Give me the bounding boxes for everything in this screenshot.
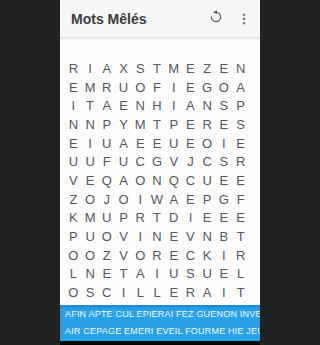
grid-cell[interactable]: E	[182, 59, 199, 78]
grid-cell[interactable]: E	[216, 115, 233, 134]
grid-cell[interactable]: K	[199, 246, 216, 265]
grid-cell[interactable]: F	[232, 190, 249, 209]
grid-cell[interactable]: V	[182, 227, 199, 246]
grid-cell[interactable]: B	[216, 227, 233, 246]
grid-cell[interactable]: A	[182, 96, 199, 115]
grid-cell[interactable]: E	[216, 209, 233, 228]
word-list-line-1: AFIN APTE CUL EPIERAI FEZ GUENON INVERSA…	[60, 306, 260, 323]
grid-cell[interactable]: C	[98, 283, 115, 302]
grid-cell[interactable]: U	[65, 152, 82, 171]
grid-cell[interactable]: A	[115, 171, 132, 190]
grid-cell[interactable]: E	[65, 134, 82, 153]
grid-cell[interactable]: P	[115, 209, 132, 228]
grid-cell[interactable]: M	[82, 78, 99, 97]
grid-cell[interactable]: P	[199, 190, 216, 209]
grid-cell[interactable]: E	[82, 171, 99, 190]
grid-cell[interactable]: L	[65, 265, 82, 284]
grid-cell[interactable]: I	[165, 96, 182, 115]
vertical-ellipsis-icon: ⋮	[238, 12, 251, 25]
grid-cell[interactable]: P	[232, 96, 249, 115]
grid-cell[interactable]: G	[149, 152, 166, 171]
grid-cell[interactable]: U	[82, 152, 99, 171]
grid-cell[interactable]: V	[65, 171, 82, 190]
grid-cell[interactable]: E	[216, 59, 233, 78]
grid-cell[interactable]: O	[199, 134, 216, 153]
grid-cell[interactable]: D	[165, 209, 182, 228]
grid-cell[interactable]: W	[149, 190, 166, 209]
grid-cell[interactable]: U	[199, 265, 216, 284]
grid-cell[interactable]: P	[98, 115, 115, 134]
grid-cell[interactable]: V	[115, 246, 132, 265]
grid-cell[interactable]: Q	[165, 171, 182, 190]
grid-cell[interactable]: A	[232, 78, 249, 97]
grid-cell[interactable]: L	[132, 283, 149, 302]
grid-cell[interactable]: N	[149, 227, 166, 246]
grid-cell[interactable]: A	[199, 283, 216, 302]
grid-cell[interactable]: S	[82, 283, 99, 302]
grid-cell[interactable]: U	[82, 227, 99, 246]
grid-cell[interactable]: A	[115, 134, 132, 153]
grid-cell[interactable]: T	[149, 115, 166, 134]
grid-cell[interactable]: O	[216, 78, 233, 97]
grid-cell[interactable]: I	[165, 78, 182, 97]
grid-cell[interactable]: U	[199, 171, 216, 190]
app-screen: Mots Mêlés ⋮ RIAXSTMEZENEMRUOFIEGOAITAEN…	[60, 0, 260, 345]
grid-cell[interactable]: I	[115, 283, 132, 302]
grid-cell[interactable]: R	[232, 246, 249, 265]
grid-cell[interactable]: E	[232, 209, 249, 228]
grid-cell[interactable]: Z	[199, 59, 216, 78]
overflow-menu-button[interactable]: ⋮	[230, 5, 258, 33]
grid-cell[interactable]: I	[216, 246, 233, 265]
grid-cell[interactable]: E	[182, 115, 199, 134]
grid-cell[interactable]: O	[65, 283, 82, 302]
grid-cell[interactable]: T	[149, 209, 166, 228]
grid-cell[interactable]: O	[115, 190, 132, 209]
grid-cell[interactable]: O	[82, 246, 99, 265]
grid-cell[interactable]: L	[149, 283, 166, 302]
grid-cell[interactable]: I	[82, 59, 99, 78]
grid-cell[interactable]: T	[115, 265, 132, 284]
grid-cell[interactable]: C	[182, 246, 199, 265]
grid-cell[interactable]: S	[132, 59, 149, 78]
grid-cell[interactable]: S	[216, 152, 233, 171]
grid-cell[interactable]: R	[182, 283, 199, 302]
grid-cell[interactable]: E	[232, 171, 249, 190]
grid-cell[interactable]: N	[232, 59, 249, 78]
grid-cell[interactable]: N	[65, 115, 82, 134]
app-bar: Mots Mêlés ⋮	[60, 0, 260, 37]
grid-cell[interactable]: J	[182, 152, 199, 171]
restart-icon	[208, 9, 224, 29]
grid-cell[interactable]: X	[115, 59, 132, 78]
grid-cell[interactable]: E	[65, 78, 82, 97]
grid-cell[interactable]: A	[132, 265, 149, 284]
grid-cell[interactable]: E	[165, 227, 182, 246]
grid-cell[interactable]: C	[132, 152, 149, 171]
grid-cell[interactable]: Y	[115, 115, 132, 134]
grid-cell[interactable]: E	[115, 96, 132, 115]
grid-cell[interactable]: G	[216, 190, 233, 209]
restart-button[interactable]	[202, 5, 230, 33]
grid-cell[interactable]: P	[165, 115, 182, 134]
grid-cell[interactable]: O	[98, 227, 115, 246]
word-grid: RIAXSTMEZENEMRUOFIEGOAITAENHIANSPNNPYMTP…	[65, 59, 249, 302]
grid-cell[interactable]: U	[165, 265, 182, 284]
grid-cell[interactable]: S	[232, 115, 249, 134]
grid-cell[interactable]: E	[182, 134, 199, 153]
grid-cell[interactable]: E	[182, 78, 199, 97]
grid-cell[interactable]: E	[132, 134, 149, 153]
grid-cell[interactable]: U	[98, 209, 115, 228]
grid-cell[interactable]: A	[165, 190, 182, 209]
grid-cell[interactable]: N	[82, 265, 99, 284]
grid-cell[interactable]: I	[132, 227, 149, 246]
word-list-bar[interactable]: AFIN APTE CUL EPIERAI FEZ GUENON INVERSA…	[60, 305, 260, 341]
grid-cell[interactable]: R	[98, 78, 115, 97]
grid-cell[interactable]: J	[98, 190, 115, 209]
grid-cell[interactable]: O	[132, 246, 149, 265]
grid-cell[interactable]: Q	[98, 171, 115, 190]
grid-cell[interactable]: R	[199, 115, 216, 134]
grid-cell[interactable]: M	[82, 209, 99, 228]
grid-cell[interactable]: V	[115, 227, 132, 246]
grid-cell[interactable]: O	[132, 78, 149, 97]
grid-cell[interactable]: R	[232, 152, 249, 171]
grid-cell[interactable]: U	[115, 78, 132, 97]
grid-cell[interactable]: O	[82, 190, 99, 209]
grid-cell[interactable]: R	[132, 209, 149, 228]
word-list-line-2: AIR CEPAGE EMERI EVEIL FOURME HIE JEU KI…	[60, 323, 260, 340]
grid-cell[interactable]: E	[232, 134, 249, 153]
grid-cell[interactable]: O	[132, 171, 149, 190]
grid-cell[interactable]: G	[199, 78, 216, 97]
grid-cell[interactable]: E	[216, 171, 233, 190]
grid-cell[interactable]: P	[65, 227, 82, 246]
system-nav-strip	[60, 341, 260, 345]
grid-cell[interactable]: E	[182, 190, 199, 209]
page-title: Mots Mêlés	[71, 11, 202, 27]
grid-cell[interactable]: N	[82, 115, 99, 134]
grid-cell[interactable]: I	[149, 265, 166, 284]
grid-cell[interactable]: O	[65, 246, 82, 265]
grid-cell[interactable]: V	[165, 152, 182, 171]
grid-cell[interactable]: F	[98, 152, 115, 171]
grid-cell[interactable]: E	[165, 246, 182, 265]
grid-cell[interactable]: T	[232, 227, 249, 246]
grid-cell[interactable]: A	[98, 96, 115, 115]
grid-cell[interactable]: H	[149, 96, 166, 115]
grid-cell[interactable]: E	[98, 265, 115, 284]
grid-cell[interactable]: E	[149, 134, 166, 153]
grid-cell[interactable]: I	[216, 283, 233, 302]
grid-cell[interactable]: R	[65, 59, 82, 78]
grid-cell[interactable]: N	[199, 96, 216, 115]
grid-cell[interactable]: Z	[65, 190, 82, 209]
grid-cell[interactable]: U	[165, 134, 182, 153]
grid-cell[interactable]: C	[199, 152, 216, 171]
grid-cell[interactable]: E	[199, 209, 216, 228]
grid-cell[interactable]: I	[132, 190, 149, 209]
grid-cell[interactable]: C	[182, 171, 199, 190]
grid-cell[interactable]: F	[149, 78, 166, 97]
grid-cell[interactable]: S	[182, 265, 199, 284]
grid-cell[interactable]: S	[216, 96, 233, 115]
grid-cell[interactable]: N	[199, 227, 216, 246]
grid-cell[interactable]: E	[216, 265, 233, 284]
grid-cell[interactable]: I	[65, 96, 82, 115]
grid-cell[interactable]: R	[149, 246, 166, 265]
grid-cell[interactable]: L	[232, 265, 249, 284]
grid-cell[interactable]: I	[182, 209, 199, 228]
grid-cell[interactable]: A	[98, 59, 115, 78]
grid-cell[interactable]: I	[216, 134, 233, 153]
grid-cell[interactable]: M	[132, 115, 149, 134]
grid-cell[interactable]: M	[165, 59, 182, 78]
grid-cell[interactable]: E	[165, 283, 182, 302]
grid-cell[interactable]: K	[65, 209, 82, 228]
grid-cell[interactable]: Z	[98, 246, 115, 265]
grid-cell[interactable]: T	[149, 59, 166, 78]
grid-cell[interactable]: U	[115, 152, 132, 171]
grid-cell[interactable]: T	[82, 96, 99, 115]
grid-cell[interactable]: I	[82, 134, 99, 153]
grid-cell[interactable]: N	[149, 171, 166, 190]
grid-cell[interactable]: U	[98, 134, 115, 153]
grid-cell[interactable]: N	[132, 96, 149, 115]
grid-cell[interactable]: T	[232, 283, 249, 302]
